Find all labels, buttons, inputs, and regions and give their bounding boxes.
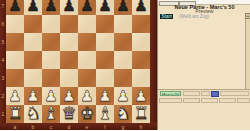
square-b6[interactable] (24, 15, 42, 33)
notation-text: (Weiß am Zug) (179, 14, 209, 19)
square-e3[interactable] (78, 69, 96, 87)
square-g3[interactable] (114, 69, 132, 87)
square-d6[interactable] (60, 15, 78, 33)
square-h2[interactable]: ♟ (132, 87, 150, 105)
chess-app-window: ♜♞♝♛♚♝♞♜♟♟♟♟♟♟♟♟♟♟♟♟♟♟♟♟♜♞♝♛♚♝♞♜ 7654321… (0, 0, 250, 130)
status-badge[interactable]: Marc's 50 (160, 91, 181, 97)
square-e7[interactable]: ♟ (78, 0, 96, 15)
file-label-e: e (78, 124, 96, 131)
file-label-d: d (60, 124, 78, 131)
square-g2[interactable]: ♟ (114, 87, 132, 105)
bottom-tab[interactable] (159, 98, 182, 104)
square-c5[interactable] (42, 33, 60, 51)
notation-selected-move[interactable]: Start (160, 14, 173, 19)
square-f7[interactable]: ♟ (96, 0, 114, 15)
square-b1[interactable]: ♞ (24, 105, 42, 123)
square-c2[interactable]: ♟ (42, 87, 60, 105)
file-label-f: f (96, 124, 114, 131)
square-g4[interactable] (114, 51, 132, 69)
piece-white-bishop[interactable]: ♝ (43, 105, 58, 123)
square-f1[interactable]: ♝ (96, 105, 114, 123)
piece-white-pawn[interactable]: ♟ (116, 87, 129, 105)
square-a5[interactable] (6, 33, 24, 51)
piece-white-pawn[interactable]: ♟ (44, 87, 57, 105)
square-h7[interactable]: ♟ (132, 0, 150, 15)
piece-black-pawn[interactable]: ♟ (134, 0, 147, 15)
square-c3[interactable] (42, 69, 60, 87)
piece-black-pawn[interactable]: ♟ (26, 0, 39, 15)
piece-white-pawn[interactable]: ♟ (98, 87, 111, 105)
piece-black-pawn[interactable]: ♟ (44, 0, 57, 15)
square-f3[interactable] (96, 69, 114, 87)
piece-black-pawn[interactable]: ♟ (98, 0, 111, 15)
board-grid[interactable]: ♜♞♝♛♚♝♞♜♟♟♟♟♟♟♟♟♟♟♟♟♟♟♟♟♜♞♝♛♚♝♞♜ (6, 0, 150, 123)
file-label-a: a (6, 124, 24, 131)
piece-black-pawn[interactable]: ♟ (62, 0, 75, 15)
square-a7[interactable]: ♟ (6, 0, 24, 15)
square-b2[interactable]: ♟ (24, 87, 42, 105)
accent-icon-button[interactable] (211, 91, 219, 97)
rank-label-4: 4 (0, 57, 6, 63)
square-b3[interactable] (24, 69, 42, 87)
square-d4[interactable] (60, 51, 78, 69)
file-label-b: b (24, 124, 42, 131)
square-f5[interactable] (96, 33, 114, 51)
bottom-tab[interactable] (219, 98, 236, 104)
square-h1[interactable]: ♜ (132, 105, 150, 123)
square-e4[interactable] (78, 51, 96, 69)
bottom-tab[interactable] (237, 98, 250, 104)
toolbar-button[interactable] (183, 91, 200, 97)
piece-white-pawn[interactable]: ♟ (134, 87, 147, 105)
square-h6[interactable] (132, 15, 150, 33)
rank-label-2: 2 (0, 93, 6, 99)
square-b5[interactable] (24, 33, 42, 51)
square-e2[interactable]: ♟ (78, 87, 96, 105)
toolbar-button[interactable] (220, 91, 249, 97)
square-c7[interactable]: ♟ (42, 0, 60, 15)
notation-scrollbar[interactable] (245, 13, 250, 89)
square-g7[interactable]: ♟ (114, 0, 132, 15)
rank-label-5: 5 (0, 39, 6, 45)
square-e5[interactable] (78, 33, 96, 51)
piece-white-bishop[interactable]: ♝ (97, 105, 112, 123)
square-e6[interactable] (78, 15, 96, 33)
square-g1[interactable]: ♞ (114, 105, 132, 123)
bottom-tab[interactable] (183, 98, 200, 104)
piece-white-pawn[interactable]: ♟ (26, 87, 39, 105)
piece-black-pawn[interactable]: ♟ (8, 0, 21, 15)
file-label-h: h (132, 124, 150, 131)
piece-white-knight[interactable]: ♞ (115, 105, 130, 123)
square-d1[interactable]: ♛ (60, 105, 78, 123)
piece-black-pawn[interactable]: ♟ (116, 0, 129, 15)
square-c1[interactable]: ♝ (42, 105, 60, 123)
rank-label-3: 3 (0, 75, 6, 81)
square-d7[interactable]: ♟ (60, 0, 78, 15)
toolbar-button[interactable] (201, 91, 210, 97)
piece-white-queen[interactable]: ♛ (61, 105, 76, 123)
panel-toolbar: Marc's 50 (158, 90, 250, 97)
piece-white-knight[interactable]: ♞ (25, 105, 40, 123)
rank-label-1: 1 (0, 111, 6, 117)
square-d3[interactable] (60, 69, 78, 87)
file-label-c: c (42, 124, 60, 131)
piece-white-rook[interactable]: ♜ (7, 105, 22, 123)
square-a6[interactable] (6, 15, 24, 33)
square-b7[interactable]: ♟ (24, 0, 42, 15)
square-b4[interactable] (24, 51, 42, 69)
square-f6[interactable] (96, 15, 114, 33)
square-c4[interactable] (42, 51, 60, 69)
notation-panel: Neue Partie - Marc's 50 Preview Start (W… (157, 0, 250, 130)
bottom-tab-bar (158, 98, 250, 104)
piece-white-pawn[interactable]: ♟ (62, 87, 75, 105)
square-a1[interactable]: ♜ (6, 105, 24, 123)
chess-board[interactable]: ♜♞♝♛♚♝♞♜♟♟♟♟♟♟♟♟♟♟♟♟♟♟♟♟♜♞♝♛♚♝♞♜ 7654321… (0, 0, 157, 130)
board-right-border (150, 0, 157, 130)
square-g5[interactable] (114, 33, 132, 51)
square-h3[interactable] (132, 69, 150, 87)
piece-white-pawn[interactable]: ♟ (80, 87, 93, 105)
square-a4[interactable] (6, 51, 24, 69)
square-c6[interactable] (42, 15, 60, 33)
piece-white-rook[interactable]: ♜ (133, 105, 148, 123)
square-f2[interactable]: ♟ (96, 87, 114, 105)
piece-white-pawn[interactable]: ♟ (8, 87, 21, 105)
rank-label-6: 6 (0, 21, 6, 27)
square-d5[interactable] (60, 33, 78, 51)
piece-black-pawn[interactable]: ♟ (80, 0, 93, 15)
square-d2[interactable]: ♟ (60, 87, 78, 105)
file-label-g: g (114, 124, 132, 131)
square-f4[interactable] (96, 51, 114, 69)
square-e1[interactable]: ♚ (78, 105, 96, 123)
notation-area[interactable]: Start (Weiß am Zug) ▲ (158, 13, 250, 89)
square-h4[interactable] (132, 51, 150, 69)
piece-white-king[interactable]: ♚ (79, 105, 94, 123)
bottom-tab[interactable] (201, 98, 218, 104)
square-a3[interactable] (6, 69, 24, 87)
scroll-up-icon[interactable]: ▲ (245, 13, 250, 19)
square-h5[interactable] (132, 33, 150, 51)
rank-label-7: 7 (0, 3, 6, 9)
square-g6[interactable] (114, 15, 132, 33)
square-a2[interactable]: ♟ (6, 87, 24, 105)
